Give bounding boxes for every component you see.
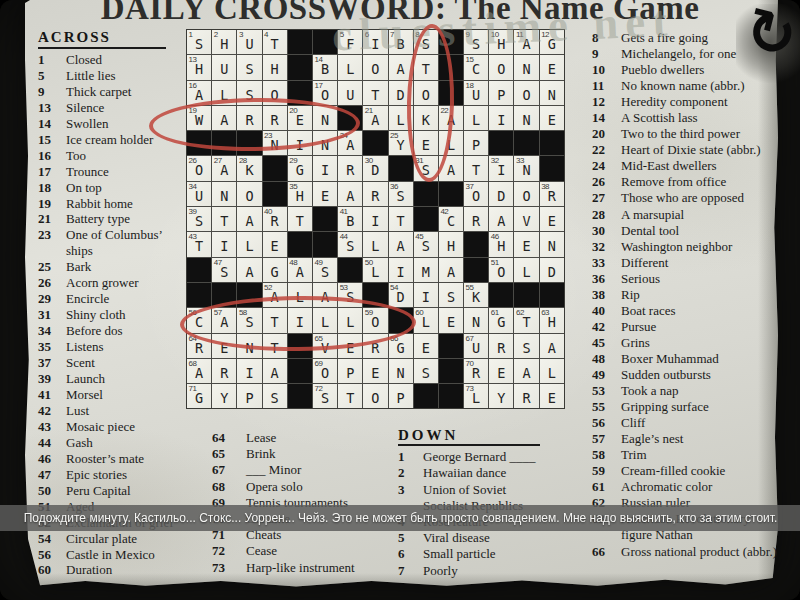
grid-cell: E [414, 334, 438, 358]
clue-number: 6 [398, 546, 423, 562]
clue: 40Boat races [592, 303, 792, 319]
grid-cell: I [212, 232, 236, 256]
cell-letter: U [464, 340, 488, 356]
cell-letter: A [389, 238, 413, 254]
cell-letter: S [439, 289, 463, 305]
grid-cell: P [389, 384, 413, 408]
grid-cell: P [338, 359, 362, 383]
grid-cell: Y [212, 384, 236, 408]
subtitle-text: Подождите минуту. Кастильо... Стокс... У… [23, 511, 777, 525]
grid-cell: 18U [464, 81, 488, 105]
grid-cell: N [514, 106, 538, 130]
grid-cell [313, 232, 337, 256]
clue-text: Small particle [423, 546, 547, 562]
grid-cell: I [489, 106, 513, 130]
grid-cell: A [338, 182, 362, 206]
clue: 38Rip [592, 287, 792, 303]
grid-cell: M [414, 258, 438, 282]
cell-letter: G [489, 314, 513, 330]
clue-text: Heart of Dixie state (abbr.) [621, 142, 783, 158]
cell-letter: K [237, 162, 261, 178]
cell-letter: D [489, 188, 513, 204]
clue-text: Hawaiian dance [423, 465, 547, 481]
grid-cell: 70R [464, 359, 488, 383]
clue: 9Thick carpet [38, 84, 196, 100]
clue-text: Pursue [621, 319, 783, 335]
clue-number: 17 [38, 164, 66, 180]
clue: 65Brink [212, 446, 382, 462]
grid-cell: 2H [212, 30, 236, 54]
cell-letter: H [540, 314, 564, 330]
grid-cell: P [464, 131, 488, 155]
cell-letter: S [263, 390, 287, 406]
cell-letter: N [514, 162, 538, 178]
grid-cell: S [514, 334, 538, 358]
cell-letter: A [540, 340, 564, 356]
crossword-grid: 1S2H3U4T5F6I7B8S9S10H11A12G13HUSH14BLOAT… [186, 29, 565, 409]
grid-cell: I [237, 359, 261, 383]
grid-cell: A [237, 258, 261, 282]
across-header: ACROSS [38, 30, 166, 49]
grid-cell: Y [489, 384, 513, 408]
clue-number: 57 [592, 431, 621, 447]
grid-cell: 3U [237, 30, 261, 54]
cell-letter: E [540, 213, 564, 229]
grid-cell: E [514, 232, 538, 256]
clue-number: 14 [592, 110, 621, 126]
grid-cell [414, 207, 438, 231]
grid-cell: N [540, 232, 564, 256]
grid-cell: A [263, 359, 287, 383]
clue-number: 49 [592, 367, 621, 383]
grid-cell: U [212, 55, 236, 79]
clue: 1Closed [38, 52, 196, 68]
grid-cell: R [212, 359, 236, 383]
clue: 26Acorn grower [38, 275, 196, 291]
grid-cell: U [338, 81, 362, 105]
cell-letter: D [363, 162, 387, 178]
clue-text: Sudden outbursts [621, 367, 783, 383]
cell-letter: N [540, 87, 564, 103]
grid-cell: I [389, 258, 413, 282]
grid-cell: D [489, 182, 513, 206]
video-frame: DAILY CROSSWORD: The Name Game cluestime… [0, 0, 800, 600]
clue: 1George Bernard ____ [398, 449, 558, 465]
clue: 19Rabbit home [38, 196, 196, 212]
cell-letter: O [313, 365, 337, 381]
cell-letter: H [263, 61, 287, 77]
cell-letter: T [464, 162, 488, 178]
clue-number: 25 [38, 259, 66, 275]
grid-cell: I [313, 156, 337, 180]
clue-number: 43 [38, 419, 66, 435]
grid-cell: 4T [263, 30, 287, 54]
cell-letter: S [414, 238, 438, 254]
grid-cell [514, 283, 538, 307]
clue-number: 65 [212, 446, 246, 462]
clue-number: 53 [592, 383, 621, 399]
grid-cell: 72S [313, 384, 337, 408]
cell-letter: R [263, 213, 287, 229]
grid-cell [540, 283, 564, 307]
cell-letter: N [514, 61, 538, 77]
clue: 6Small particle [398, 546, 558, 562]
cell-letter: I [313, 162, 337, 178]
cell-letter: D [540, 264, 564, 280]
cell-letter: I [414, 289, 438, 305]
grid-cell: 21A [363, 106, 387, 130]
clue-number: 48 [592, 351, 621, 367]
grid-cell [439, 359, 463, 383]
grid-cell: S [237, 55, 261, 79]
grid-cell: E [439, 308, 463, 332]
grid-cell: 44S [338, 232, 362, 256]
grid-cell: 42C [439, 207, 463, 231]
subtitle-bar: Подождите минуту. Кастильо... Стокс... У… [0, 505, 800, 531]
clue-number: 64 [212, 430, 246, 446]
down-clue-list: DOWN 1George Bernard ____2Hawaiian dance… [398, 427, 558, 579]
grid-cell: A [514, 359, 538, 383]
clue: 31Shiny cloth [38, 307, 196, 323]
clue-text: Boxer Muhammad [621, 351, 783, 367]
cell-letter: E [540, 61, 564, 77]
grid-cell: N [389, 359, 413, 383]
grid-cell [288, 55, 312, 79]
clue-number: 13 [38, 100, 66, 116]
clue-text: Dental tool [621, 223, 783, 239]
grid-cell: 28K [237, 156, 261, 180]
clue: 66Gross national product (abbr.) [592, 544, 792, 560]
grid-cell: L [363, 232, 387, 256]
grid-cell: A [489, 207, 513, 231]
cell-letter: E [514, 238, 538, 254]
clue-text: A marsupial [621, 207, 783, 223]
grid-cell: T [389, 207, 413, 231]
clue-text: Epic stories [66, 467, 181, 483]
grid-cell: 63H [540, 308, 564, 332]
cell-letter: H [489, 238, 513, 254]
grid-cell: T [338, 384, 362, 408]
clue-number: 10 [592, 62, 621, 78]
grid-cell: R [514, 384, 538, 408]
cell-letter: B [313, 61, 337, 77]
grid-cell [489, 283, 513, 307]
grid-cell: N [464, 308, 488, 332]
clue-text: Brink [246, 446, 372, 462]
clue: 56Cliff [592, 415, 792, 431]
clue: 45Grins [592, 335, 792, 351]
cell-letter: L [237, 238, 261, 254]
clue: 26Remove from office [592, 174, 792, 190]
cell-letter: L [464, 112, 488, 128]
cell-letter: I [489, 162, 513, 178]
cell-letter: A [212, 162, 236, 178]
cell-letter: R [464, 213, 488, 229]
cell-letter: I [237, 365, 261, 381]
clue: 50Peru Capital [38, 483, 196, 499]
grid-cell: L [237, 232, 261, 256]
grid-cell [414, 182, 438, 206]
clue: 56Castle in Mexico [38, 547, 196, 563]
grid-cell: E [489, 359, 513, 383]
cell-letter: O [237, 188, 261, 204]
cell-letter: H [288, 188, 312, 204]
clue-text: Rooster’s mate [66, 451, 181, 467]
clue-text: A Scottish lass [621, 110, 783, 126]
clue: 47Epic stories [38, 467, 196, 483]
cell-letter: A [514, 365, 538, 381]
clue: 57Eagle’s nest [592, 431, 792, 447]
clue: 58Trim [592, 447, 792, 463]
grid-cell: 27A [212, 156, 236, 180]
clue-number: 26 [38, 275, 66, 291]
cell-letter: B [338, 213, 362, 229]
clue-text: Washington neighbor [621, 239, 783, 255]
clue: 33Different [592, 255, 792, 271]
clue: 27Those who are opposed [592, 190, 792, 206]
clue: 61Achromatic color [592, 479, 792, 495]
grid-cell: E [313, 182, 337, 206]
clue-text: Opera solo [246, 479, 372, 495]
clue-number: 35 [38, 339, 66, 355]
grid-cell [313, 207, 337, 231]
clue-number: 24 [592, 158, 621, 174]
grid-cell: N [540, 81, 564, 105]
clue-text: Too [66, 148, 181, 164]
grid-cell: A [237, 207, 261, 231]
cell-letter: L [363, 238, 387, 254]
clue-number: 5 [398, 530, 423, 546]
clue-number: 26 [592, 174, 621, 190]
clue: 48Boxer Muhammad [592, 351, 792, 367]
clue: 35Listens [38, 339, 196, 355]
grid-cell: 62T [514, 308, 538, 332]
clue-text: George Bernard ____ [423, 449, 547, 465]
clue-number: 44 [38, 435, 66, 451]
cell-letter: N [464, 314, 488, 330]
clue-number: 28 [592, 207, 621, 223]
cell-letter: N [212, 188, 236, 204]
cell-letter: O [489, 61, 513, 77]
clue-text: Poorly [423, 563, 547, 579]
grid-cell [540, 131, 564, 155]
clue-text: Heredity component [621, 94, 783, 110]
clue: 32Washington neighbor [592, 239, 792, 255]
grid-cell: O [514, 81, 538, 105]
grid-cell: H [263, 55, 287, 79]
grid-cell [288, 384, 312, 408]
cell-letter: H [212, 36, 236, 52]
cell-letter: E [540, 390, 564, 406]
clue: 64Lease [212, 430, 382, 446]
cell-letter: S [514, 340, 538, 356]
cell-letter: T [288, 213, 312, 229]
cell-letter: S [237, 61, 261, 77]
cell-letter: L [464, 390, 488, 406]
clue: 73Harp-like instrument [212, 560, 382, 576]
grid-cell: O [363, 384, 387, 408]
cell-letter: G [389, 340, 413, 356]
grid-cell: E [540, 55, 564, 79]
clue: 42Lust [38, 403, 196, 419]
clue-text: Mosaic piece [66, 419, 181, 435]
grid-cell: 69O [313, 359, 337, 383]
grid-cell [464, 232, 488, 256]
clue: 46Rooster’s mate [38, 451, 196, 467]
clue-number: 50 [38, 483, 66, 499]
clue: 14A Scottish lass [592, 110, 792, 126]
clue-number: 66 [592, 544, 621, 560]
grid-cell: T [464, 156, 488, 180]
clue-text: Trounce [66, 164, 181, 180]
grid-cell: O [489, 55, 513, 79]
grid-cell: L [464, 106, 488, 130]
clue-text: Lust [66, 403, 181, 419]
grid-cell: 45S [414, 232, 438, 256]
clue: 28A marsupial [592, 207, 792, 223]
cell-letter: M [414, 264, 438, 280]
cell-letter: C [439, 213, 463, 229]
clue-number: 39 [38, 371, 66, 387]
clue-number: 34 [38, 323, 66, 339]
grid-cell: E [540, 384, 564, 408]
cell-letter: D [389, 289, 413, 305]
grid-cell: E [540, 106, 564, 130]
clue: 34Before dos [38, 323, 196, 339]
clue-number: 40 [592, 303, 621, 319]
cell-letter: T [263, 36, 287, 52]
clue: 20Two to the third power [592, 126, 792, 142]
clue-number: 15 [38, 132, 66, 148]
clue-text: Gripping surface [621, 399, 783, 415]
clue-text: Thick carpet [66, 84, 181, 100]
down-clue-list-continued: 8Gets a fire going9Michelangelo, for one… [592, 30, 792, 560]
cell-letter: O [489, 264, 513, 280]
clue: 54Circular plate [38, 531, 196, 547]
grid-cell [514, 131, 538, 155]
grid-cell [263, 156, 287, 180]
cell-letter: I [389, 264, 413, 280]
grid-cell: 49S [313, 258, 337, 282]
grid-cell [439, 384, 463, 408]
grid-cell: 73L [464, 384, 488, 408]
grid-cell: 61G [489, 308, 513, 332]
cell-letter: R [514, 390, 538, 406]
clue-number: 30 [592, 223, 621, 239]
grid-cell: I [414, 283, 438, 307]
grid-cell: O [237, 182, 261, 206]
clue-text: Trim [621, 447, 783, 463]
grid-cell: 55K [464, 283, 488, 307]
clue-text: Eagle’s nest [621, 431, 783, 447]
clue: 37Scent [38, 355, 196, 371]
cell-letter: T [212, 213, 236, 229]
grid-cell: R [363, 182, 387, 206]
across-clue-list-continued: 64Lease65Brink67___ Minor68Opera solo69T… [212, 430, 382, 576]
clue-number: 54 [38, 531, 66, 547]
clue: 22Heart of Dixie state (abbr.) [592, 142, 792, 158]
cell-letter: A [288, 264, 312, 280]
grid-cell: N [212, 182, 236, 206]
clue-number: 42 [592, 319, 621, 335]
cell-letter: S [313, 390, 337, 406]
cell-letter: P [489, 87, 513, 103]
cell-letter: E [540, 112, 564, 128]
grid-cell: 40R [263, 207, 287, 231]
clue-number: 55 [592, 399, 621, 415]
grid-cell: E [540, 207, 564, 231]
grid-cell: L [540, 359, 564, 383]
cell-letter: P [338, 365, 362, 381]
cell-letter: E [263, 238, 287, 254]
clue-number: 58 [592, 447, 621, 463]
clue-text: Little lies [66, 68, 181, 84]
cell-letter: T [389, 213, 413, 229]
cell-letter: R [212, 365, 236, 381]
clue-text: Acorn grower [66, 275, 181, 291]
grid-cell: 67U [464, 334, 488, 358]
clue-text: Achromatic color [621, 479, 783, 495]
grid-cell: 60L [414, 308, 438, 332]
grid-cell: R [464, 207, 488, 231]
cell-letter: G [263, 264, 287, 280]
clue-number: 56 [38, 547, 66, 563]
clue-text: ___ Minor [246, 462, 372, 478]
clue: 39Launch [38, 371, 196, 387]
cell-letter: E [414, 340, 438, 356]
grid-cell [363, 131, 387, 155]
grid-cell: A [439, 258, 463, 282]
clue-text: Those who are opposed [621, 190, 783, 206]
grid-cell: 54D [389, 283, 413, 307]
clue: 60Duration [38, 562, 196, 578]
grid-cell: T [212, 207, 236, 231]
grid-cell: R [338, 156, 362, 180]
cell-letter: P [389, 390, 413, 406]
grid-cell: 37O [464, 182, 488, 206]
clue-text: Took a nap [621, 383, 783, 399]
clue: 21Battery type [38, 211, 196, 227]
cell-letter: G [288, 162, 312, 178]
grid-cell: 41B [338, 207, 362, 231]
cell-letter: S [212, 264, 236, 280]
clue-text: Scent [66, 355, 181, 371]
cell-letter: O [514, 188, 538, 204]
grid-cell [389, 156, 413, 180]
grid-cell: T [288, 207, 312, 231]
clue-text: Battery type [66, 211, 181, 227]
grid-cell [540, 156, 564, 180]
grid-cell [288, 359, 312, 383]
clue-text: Mid-East dwellers [621, 158, 783, 174]
clue-text: One of Columbus’ ships [66, 227, 181, 259]
replay-icon[interactable]: ↻ [736, 4, 800, 84]
cell-letter: H [439, 238, 463, 254]
clue-number: 22 [592, 142, 621, 158]
grid-cell: G [263, 258, 287, 282]
grid-cell: N [514, 55, 538, 79]
grid-cell: S [439, 283, 463, 307]
grid-cell [263, 182, 287, 206]
grid-cell: 50L [363, 258, 387, 282]
grid-cell: 38R [540, 182, 564, 206]
cell-letter: E [439, 314, 463, 330]
clue-text: Launch [66, 371, 181, 387]
grid-cell: 47S [212, 258, 236, 282]
clue: 17Trounce [38, 164, 196, 180]
cell-letter: A [439, 264, 463, 280]
grid-cell [288, 30, 312, 54]
